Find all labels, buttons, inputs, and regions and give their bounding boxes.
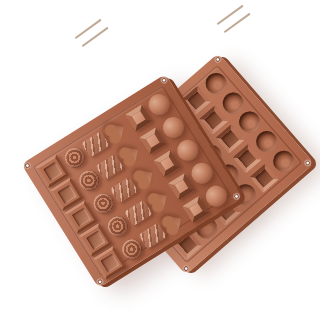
mold-bump-heart-shape (123, 147, 137, 161)
mold-bump-heart-shape (152, 193, 166, 207)
hang-hole (24, 162, 31, 169)
hang-hole (304, 159, 311, 166)
hang-hole (97, 278, 104, 285)
product-photo-scene (0, 0, 320, 320)
mold-bump-heart-shape (109, 124, 123, 138)
hang-hole (183, 265, 190, 272)
mold-bump-heart-shape (166, 216, 180, 230)
hang-hole (214, 56, 221, 63)
hang-hole (161, 77, 168, 84)
mold-bump-heart-shape (137, 170, 151, 184)
hang-hole (233, 193, 240, 200)
